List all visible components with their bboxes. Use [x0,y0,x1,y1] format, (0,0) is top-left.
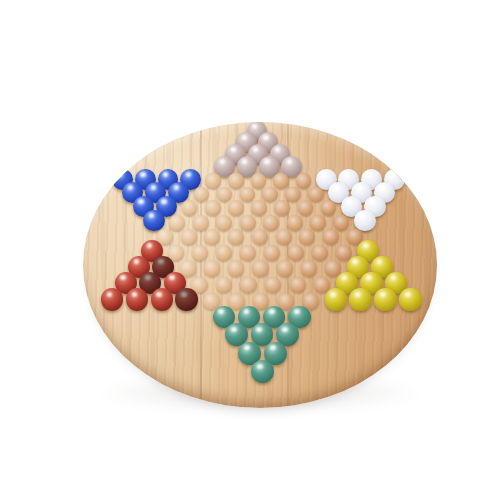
hole-r8-c8[interactable] [310,215,326,231]
hole-r8-c5[interactable] [240,215,256,231]
red-marble-r13-c4[interactable] [175,288,197,310]
hole-r11-c5[interactable] [228,260,244,276]
red-marble-r13-c2[interactable] [126,288,148,310]
star-grid [83,122,437,408]
red-marble-r13-c3[interactable] [151,288,173,310]
hole-r10-c6[interactable] [264,245,280,261]
hole-r5-c8[interactable] [273,173,288,188]
hole-r9-c6[interactable] [276,229,292,245]
yellow-marble-r13-c12[interactable] [374,288,396,310]
hole-r9-c5[interactable] [252,229,268,245]
hole-r8-c6[interactable] [263,215,279,231]
red-marble-r13-c1[interactable] [101,288,123,310]
hole-r8-c7[interactable] [287,215,303,231]
hole-r6-c5[interactable] [217,187,233,203]
hole-r5-c9[interactable] [296,173,311,188]
white-marble-r8-c10[interactable] [354,210,375,231]
hole-r12-c6[interactable] [240,277,256,293]
hole-r12-c5[interactable] [216,277,232,293]
hole-r8-c9[interactable] [334,215,350,231]
yellow-marble-r13-c13[interactable] [399,288,421,310]
hole-r11-c6[interactable] [252,260,268,276]
hole-r10-c7[interactable] [288,245,304,261]
hole-r11-c4[interactable] [204,260,220,276]
hole-r6-c4[interactable] [194,187,210,203]
hole-r6-c9[interactable] [308,187,324,203]
hole-r9-c2[interactable] [181,229,197,245]
hole-r7-c7[interactable] [274,200,290,216]
hole-r10-c5[interactable] [240,245,256,261]
hole-r5-c7[interactable] [251,173,266,188]
hole-r11-c7[interactable] [277,260,293,276]
hole-r10-c8[interactable] [312,245,328,261]
hole-r10-c4[interactable] [216,245,232,261]
hole-r8-c4[interactable] [216,215,232,231]
hole-r7-c5[interactable] [228,200,244,216]
hole-r7-c3[interactable] [182,200,198,216]
hole-r8-c2[interactable] [169,215,185,231]
hole-r7-c9[interactable] [321,200,337,216]
hole-r7-c8[interactable] [298,200,314,216]
yellow-marble-r13-c11[interactable] [349,288,371,310]
hole-r5-c6[interactable] [228,173,243,188]
chinese-checkers-board [83,122,437,408]
hole-r12-c8[interactable] [290,277,306,293]
hole-r7-c4[interactable] [205,200,221,216]
hole-r6-c6[interactable] [240,187,256,203]
hole-r9-c8[interactable] [323,229,339,245]
hole-r9-c7[interactable] [299,229,315,245]
hole-r10-c3[interactable] [192,245,208,261]
hole-r11-c8[interactable] [301,260,317,276]
hole-r8-c3[interactable] [193,215,209,231]
hole-r7-c6[interactable] [251,200,267,216]
green-marble-r17-c1[interactable] [251,360,274,383]
hole-r6-c7[interactable] [262,187,278,203]
hole-r9-c4[interactable] [228,229,244,245]
product-photo [0,0,500,500]
hole-r9-c3[interactable] [204,229,220,245]
blue-marble-r8-c1[interactable] [143,210,164,231]
hole-r6-c8[interactable] [285,187,301,203]
hole-r12-c7[interactable] [265,277,281,293]
hole-r5-c5[interactable] [205,173,220,188]
yellow-marble-r13-c10[interactable] [325,288,347,310]
